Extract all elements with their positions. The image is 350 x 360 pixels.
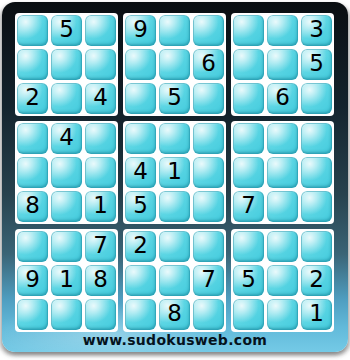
box-2-3: 7	[231, 121, 334, 224]
cell-r2c5[interactable]	[159, 49, 190, 80]
given-digit: 2	[309, 268, 324, 291]
cell-r2c1[interactable]	[17, 49, 48, 80]
cell-r4c3[interactable]	[85, 123, 116, 154]
cell-r5c8[interactable]	[267, 157, 298, 188]
cell-r8c2[interactable]: 1	[51, 265, 82, 296]
given-digit: 1	[309, 302, 324, 325]
cell-r2c9[interactable]: 5	[301, 49, 332, 80]
cell-r5c6[interactable]	[193, 157, 224, 188]
cell-r9c5[interactable]: 8	[159, 299, 190, 330]
cell-r8c8[interactable]	[267, 265, 298, 296]
box-1-3: 356	[231, 13, 334, 116]
cell-r4c2[interactable]: 4	[51, 123, 82, 154]
given-digit: 5	[59, 18, 74, 41]
cell-r5c1[interactable]	[17, 157, 48, 188]
given-digit: 3	[309, 18, 324, 41]
cell-r3c6[interactable]	[193, 83, 224, 114]
cell-r8c7[interactable]: 5	[233, 265, 264, 296]
cell-r4c4[interactable]	[125, 123, 156, 154]
cell-r2c4[interactable]	[125, 49, 156, 80]
box-3-1: 7918	[15, 229, 118, 332]
box-1-2: 965	[123, 13, 226, 116]
given-digit: 8	[93, 268, 108, 291]
given-digit: 1	[59, 268, 74, 291]
cell-r6c9[interactable]	[301, 191, 332, 222]
box-3-2: 278	[123, 229, 226, 332]
given-digit: 5	[133, 194, 148, 217]
cell-r4c1[interactable]	[17, 123, 48, 154]
cell-r5c3[interactable]	[85, 157, 116, 188]
cell-r1c5[interactable]	[159, 15, 190, 46]
cell-r4c8[interactable]	[267, 123, 298, 154]
cell-r3c1[interactable]: 2	[17, 83, 48, 114]
cell-r3c2[interactable]	[51, 83, 82, 114]
board-frame: 52496535648141577918278521 www.sudokuswe…	[2, 2, 348, 352]
cell-r7c5[interactable]	[159, 231, 190, 262]
cell-r4c6[interactable]	[193, 123, 224, 154]
given-digit: 6	[275, 86, 290, 109]
cell-r9c3[interactable]	[85, 299, 116, 330]
cell-r8c3[interactable]: 8	[85, 265, 116, 296]
given-digit: 4	[93, 86, 108, 109]
cell-r8c9[interactable]: 2	[301, 265, 332, 296]
cell-r1c3[interactable]	[85, 15, 116, 46]
cell-r7c6[interactable]	[193, 231, 224, 262]
given-digit: 1	[167, 160, 182, 183]
given-digit: 6	[201, 52, 216, 75]
given-digit: 7	[201, 268, 216, 291]
cell-r6c7[interactable]: 7	[233, 191, 264, 222]
given-digit: 7	[93, 234, 108, 257]
site-url[interactable]: www.sudokusweb.com	[2, 332, 348, 348]
box-2-1: 481	[15, 121, 118, 224]
cell-r1c7[interactable]	[233, 15, 264, 46]
cell-r3c5[interactable]: 5	[159, 83, 190, 114]
box-3-3: 521	[231, 229, 334, 332]
given-digit: 7	[241, 194, 256, 217]
cell-r7c9[interactable]	[301, 231, 332, 262]
given-digit: 5	[167, 86, 182, 109]
cell-r8c6[interactable]: 7	[193, 265, 224, 296]
cell-r1c6[interactable]	[193, 15, 224, 46]
box-1-1: 524	[15, 13, 118, 116]
cell-r7c2[interactable]	[51, 231, 82, 262]
cell-r7c3[interactable]: 7	[85, 231, 116, 262]
cell-r6c1[interactable]: 8	[17, 191, 48, 222]
cell-r3c9[interactable]	[301, 83, 332, 114]
cell-r2c2[interactable]	[51, 49, 82, 80]
cell-r4c5[interactable]	[159, 123, 190, 154]
cell-r8c4[interactable]	[125, 265, 156, 296]
cell-r7c8[interactable]	[267, 231, 298, 262]
cell-r3c7[interactable]	[233, 83, 264, 114]
given-digit: 9	[25, 268, 40, 291]
cell-r7c4[interactable]: 2	[125, 231, 156, 262]
cell-r5c9[interactable]	[301, 157, 332, 188]
cell-r9c6[interactable]	[193, 299, 224, 330]
cell-r6c2[interactable]	[51, 191, 82, 222]
sudoku-board: 52496535648141577918278521	[15, 13, 334, 332]
cell-r7c1[interactable]	[17, 231, 48, 262]
cell-r1c2[interactable]: 5	[51, 15, 82, 46]
given-digit: 2	[25, 86, 40, 109]
cell-r2c6[interactable]: 6	[193, 49, 224, 80]
cell-r6c6[interactable]	[193, 191, 224, 222]
cell-r2c3[interactable]	[85, 49, 116, 80]
cell-r1c4[interactable]: 9	[125, 15, 156, 46]
cell-r1c1[interactable]	[17, 15, 48, 46]
cell-r5c4[interactable]: 4	[125, 157, 156, 188]
cell-r9c8[interactable]	[267, 299, 298, 330]
cell-r6c4[interactable]: 5	[125, 191, 156, 222]
given-digit: 9	[133, 18, 148, 41]
cell-r9c7[interactable]	[233, 299, 264, 330]
cell-r3c3[interactable]: 4	[85, 83, 116, 114]
cell-r6c5[interactable]	[159, 191, 190, 222]
cell-r9c1[interactable]	[17, 299, 48, 330]
given-digit: 4	[133, 160, 148, 183]
given-digit: 5	[241, 268, 256, 291]
given-digit: 4	[59, 126, 74, 149]
cell-r5c5[interactable]: 1	[159, 157, 190, 188]
given-digit: 8	[167, 302, 182, 325]
given-digit: 2	[133, 234, 148, 257]
cell-r2c7[interactable]	[233, 49, 264, 80]
cell-r5c7[interactable]	[233, 157, 264, 188]
cell-r6c3[interactable]: 1	[85, 191, 116, 222]
cell-r8c1[interactable]: 9	[17, 265, 48, 296]
cell-r1c9[interactable]: 3	[301, 15, 332, 46]
cell-r4c7[interactable]	[233, 123, 264, 154]
cell-r3c8[interactable]: 6	[267, 83, 298, 114]
cell-r9c2[interactable]	[51, 299, 82, 330]
cell-r2c8[interactable]	[267, 49, 298, 80]
cell-r1c8[interactable]	[267, 15, 298, 46]
cell-r9c4[interactable]	[125, 299, 156, 330]
cell-r9c9[interactable]: 1	[301, 299, 332, 330]
cell-r4c9[interactable]	[301, 123, 332, 154]
given-digit: 1	[93, 194, 108, 217]
cell-r8c5[interactable]	[159, 265, 190, 296]
cell-r7c7[interactable]	[233, 231, 264, 262]
given-digit: 8	[25, 194, 40, 217]
box-2-2: 415	[123, 121, 226, 224]
cell-r6c8[interactable]	[267, 191, 298, 222]
cell-r3c4[interactable]	[125, 83, 156, 114]
given-digit: 5	[309, 52, 324, 75]
cell-r5c2[interactable]	[51, 157, 82, 188]
